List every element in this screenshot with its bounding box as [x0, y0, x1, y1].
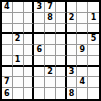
cell-r5c7[interactable] — [67, 45, 78, 56]
cell-r5c9[interactable] — [88, 45, 99, 56]
cell-r7c3[interactable] — [24, 67, 35, 78]
cell-r8c6[interactable] — [56, 77, 67, 88]
cell-r1c8[interactable] — [77, 2, 88, 13]
cell-r3c5[interactable] — [45, 24, 56, 35]
cell-r4c2[interactable]: 2 — [13, 34, 24, 45]
cell-r4c8[interactable] — [77, 34, 88, 45]
cell-r2c7[interactable]: 2 — [67, 13, 78, 24]
cell-r7c2[interactable] — [13, 67, 24, 78]
cell-r3c8[interactable] — [77, 24, 88, 35]
cell-r5c3[interactable] — [24, 45, 35, 56]
cell-r5c6[interactable] — [56, 45, 67, 56]
cell-r3c3[interactable] — [24, 24, 35, 35]
sudoku-board: 43782125691237468 — [0, 0, 101, 101]
cell-r6c7[interactable] — [67, 56, 78, 67]
cell-r3c4[interactable] — [34, 24, 45, 35]
cell-r8c7[interactable] — [67, 77, 78, 88]
cell-r3c7[interactable] — [67, 24, 78, 35]
cell-r5c2[interactable] — [13, 45, 24, 56]
cell-r4c7[interactable] — [67, 34, 78, 45]
cell-r6c2[interactable]: 1 — [13, 56, 24, 67]
cell-r2c1[interactable] — [2, 13, 13, 24]
cell-r2c2[interactable] — [13, 13, 24, 24]
cell-r1c2[interactable] — [13, 2, 24, 13]
cell-r1c9[interactable] — [88, 2, 99, 13]
cell-r1c3[interactable] — [24, 2, 35, 13]
cell-r4c4[interactable] — [34, 34, 45, 45]
cell-r1c7[interactable] — [67, 2, 78, 13]
cell-r6c4[interactable] — [34, 56, 45, 67]
cell-r4c6[interactable] — [56, 34, 67, 45]
cell-r9c6[interactable] — [56, 88, 67, 99]
cell-r1c5[interactable]: 7 — [45, 2, 56, 13]
cell-r4c5[interactable] — [45, 34, 56, 45]
cell-r2c4[interactable] — [34, 13, 45, 24]
cell-r1c1[interactable]: 4 — [2, 2, 13, 13]
cell-r8c4[interactable] — [34, 77, 45, 88]
cell-r1c6[interactable] — [56, 2, 67, 13]
cell-r7c9[interactable] — [88, 67, 99, 78]
cell-r8c9[interactable] — [88, 77, 99, 88]
cell-r4c3[interactable] — [24, 34, 35, 45]
cell-r8c1[interactable]: 7 — [2, 77, 13, 88]
cell-r8c8[interactable]: 4 — [77, 77, 88, 88]
cell-r6c1[interactable] — [2, 56, 13, 67]
cell-r3c9[interactable] — [88, 24, 99, 35]
cell-r5c8[interactable]: 9 — [77, 45, 88, 56]
cell-r9c2[interactable] — [13, 88, 24, 99]
cell-r4c9[interactable]: 5 — [88, 34, 99, 45]
cell-r2c8[interactable] — [77, 13, 88, 24]
cell-r6c3[interactable] — [24, 56, 35, 67]
cell-r1c4[interactable]: 3 — [34, 2, 45, 13]
cell-r9c5[interactable] — [45, 88, 56, 99]
cell-r7c4[interactable] — [34, 67, 45, 78]
cell-r6c8[interactable] — [77, 56, 88, 67]
cell-r8c3[interactable] — [24, 77, 35, 88]
cell-r9c4[interactable] — [34, 88, 45, 99]
cell-r5c4[interactable]: 6 — [34, 45, 45, 56]
cell-r7c6[interactable] — [56, 67, 67, 78]
cell-r6c6[interactable] — [56, 56, 67, 67]
cell-r8c2[interactable] — [13, 77, 24, 88]
cell-r9c1[interactable]: 6 — [2, 88, 13, 99]
cell-r6c5[interactable] — [45, 56, 56, 67]
cell-r5c1[interactable] — [2, 45, 13, 56]
cell-r7c5[interactable]: 2 — [45, 67, 56, 78]
cell-r2c6[interactable] — [56, 13, 67, 24]
cell-r6c9[interactable] — [88, 56, 99, 67]
cell-r3c1[interactable] — [2, 24, 13, 35]
cell-r4c1[interactable] — [2, 34, 13, 45]
cell-r2c9[interactable]: 1 — [88, 13, 99, 24]
cell-r7c1[interactable] — [2, 67, 13, 78]
cell-r2c5[interactable]: 8 — [45, 13, 56, 24]
cell-r7c8[interactable] — [77, 67, 88, 78]
cell-r8c5[interactable] — [45, 77, 56, 88]
cell-r9c7[interactable]: 8 — [67, 88, 78, 99]
cell-r9c8[interactable] — [77, 88, 88, 99]
cell-r9c3[interactable] — [24, 88, 35, 99]
cell-r9c9[interactable] — [88, 88, 99, 99]
cell-r3c6[interactable] — [56, 24, 67, 35]
cell-r3c2[interactable] — [13, 24, 24, 35]
cell-r2c3[interactable] — [24, 13, 35, 24]
cell-r7c7[interactable]: 3 — [67, 67, 78, 78]
cell-r5c5[interactable] — [45, 45, 56, 56]
